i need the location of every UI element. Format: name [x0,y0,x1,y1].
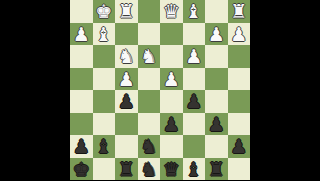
piece-black-rook-b8[interactable]: ♜ [208,158,225,181]
square-g3[interactable] [93,45,116,68]
square-e8[interactable]: ♞ [138,158,161,181]
square-f5[interactable]: ♟ [115,90,138,113]
piece-white-pawn-h2[interactable]: ♟ [73,23,90,46]
square-h5[interactable] [70,90,93,113]
square-c3[interactable]: ♟ [183,45,206,68]
square-e1[interactable] [138,0,161,23]
piece-white-queen-d1[interactable]: ♛ [163,0,180,23]
piece-white-knight-e3[interactable]: ♞ [140,45,157,68]
square-d6[interactable]: ♟ [160,113,183,136]
piece-black-queen-d8[interactable]: ♛ [163,158,180,181]
square-b3[interactable] [205,45,228,68]
piece-black-pawn-f5[interactable]: ♟ [118,90,135,113]
square-e3[interactable]: ♞ [138,45,161,68]
square-g6[interactable] [93,113,116,136]
square-h2[interactable]: ♟ [70,23,93,46]
piece-black-pawn-b6[interactable]: ♟ [208,113,225,136]
square-a7[interactable]: ♟ [228,135,251,158]
square-g8[interactable] [93,158,116,181]
square-d5[interactable] [160,90,183,113]
square-d7[interactable] [160,135,183,158]
square-c5[interactable]: ♟ [183,90,206,113]
piece-black-pawn-d6[interactable]: ♟ [163,113,180,136]
square-a6[interactable] [228,113,251,136]
square-a3[interactable] [228,45,251,68]
square-f2[interactable] [115,23,138,46]
square-c2[interactable] [183,23,206,46]
piece-white-pawn-c3[interactable]: ♟ [185,45,202,68]
piece-white-pawn-d4[interactable]: ♟ [163,68,180,91]
square-a1[interactable]: ♜ [228,0,251,23]
piece-white-rook-a1[interactable]: ♜ [230,0,247,23]
square-a4[interactable] [228,68,251,91]
square-g2[interactable]: ♝ [93,23,116,46]
square-a8[interactable] [228,158,251,181]
square-b2[interactable]: ♟ [205,23,228,46]
square-d4[interactable]: ♟ [160,68,183,91]
square-c6[interactable] [183,113,206,136]
piece-black-bishop-g7[interactable]: ♝ [95,135,112,158]
square-c4[interactable] [183,68,206,91]
piece-black-knight-e8[interactable]: ♞ [140,158,157,181]
piece-white-king-g1[interactable]: ♚ [95,0,112,23]
square-e2[interactable] [138,23,161,46]
square-h8[interactable]: ♚ [70,158,93,181]
square-h3[interactable] [70,45,93,68]
square-b5[interactable] [205,90,228,113]
square-g7[interactable]: ♝ [93,135,116,158]
square-e5[interactable] [138,90,161,113]
square-c8[interactable]: ♝ [183,158,206,181]
square-d8[interactable]: ♛ [160,158,183,181]
square-f7[interactable] [115,135,138,158]
piece-black-knight-e7[interactable]: ♞ [140,135,157,158]
square-d1[interactable]: ♛ [160,0,183,23]
square-b1[interactable] [205,0,228,23]
piece-white-bishop-c1[interactable]: ♝ [185,0,202,23]
square-d2[interactable] [160,23,183,46]
piece-white-pawn-a2[interactable]: ♟ [230,23,247,46]
square-a2[interactable]: ♟ [228,23,251,46]
square-a5[interactable] [228,90,251,113]
square-b7[interactable] [205,135,228,158]
chess-board: ♚♜♛♝♜♟♝♟♟♞♞♟♟♟♟♟♟♟♟♝♞♟♚♜♞♛♝♜ [70,0,250,180]
square-e6[interactable] [138,113,161,136]
square-c7[interactable] [183,135,206,158]
square-b4[interactable] [205,68,228,91]
piece-black-bishop-c8[interactable]: ♝ [185,158,202,181]
square-h1[interactable] [70,0,93,23]
square-h4[interactable] [70,68,93,91]
square-d3[interactable] [160,45,183,68]
square-f3[interactable]: ♞ [115,45,138,68]
piece-white-knight-f3[interactable]: ♞ [118,45,135,68]
square-f8[interactable]: ♜ [115,158,138,181]
square-e7[interactable]: ♞ [138,135,161,158]
piece-black-king-h8[interactable]: ♚ [73,158,90,181]
square-g5[interactable] [93,90,116,113]
square-f4[interactable]: ♟ [115,68,138,91]
piece-white-pawn-f4[interactable]: ♟ [118,68,135,91]
piece-black-pawn-c5[interactable]: ♟ [185,90,202,113]
piece-black-pawn-h7[interactable]: ♟ [73,135,90,158]
square-f1[interactable]: ♜ [115,0,138,23]
square-e4[interactable] [138,68,161,91]
piece-white-pawn-b2[interactable]: ♟ [208,23,225,46]
square-g1[interactable]: ♚ [93,0,116,23]
piece-black-pawn-a7[interactable]: ♟ [230,135,247,158]
square-h7[interactable]: ♟ [70,135,93,158]
square-g4[interactable] [93,68,116,91]
piece-white-rook-f1[interactable]: ♜ [118,0,135,23]
square-f6[interactable] [115,113,138,136]
square-b8[interactable]: ♜ [205,158,228,181]
piece-white-bishop-g2[interactable]: ♝ [95,23,112,46]
letterboxed-stage: ♚♜♛♝♜♟♝♟♟♞♞♟♟♟♟♟♟♟♟♝♞♟♚♜♞♛♝♜ [0,0,320,180]
square-c1[interactable]: ♝ [183,0,206,23]
square-b6[interactable]: ♟ [205,113,228,136]
square-h6[interactable] [70,113,93,136]
piece-black-rook-f8[interactable]: ♜ [118,158,135,181]
